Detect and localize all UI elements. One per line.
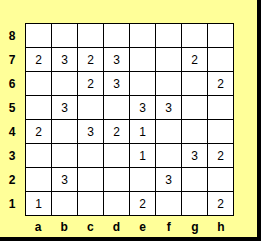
cell-b7: 3 [52, 48, 77, 71]
cell-e8 [130, 24, 155, 47]
cell-d6: 3 [104, 72, 129, 95]
col-label-d: d [103, 219, 129, 235]
cell-a4: 2 [26, 120, 51, 143]
cell-a5 [26, 96, 51, 119]
row-label-7: 7 [4, 48, 20, 71]
cell-d7: 3 [104, 48, 129, 71]
cell-b1 [52, 192, 77, 215]
cell-b6 [52, 72, 77, 95]
cell-b8 [52, 24, 77, 47]
col-label-a: a [25, 219, 51, 235]
cell-c4: 3 [78, 120, 103, 143]
cell-a3 [26, 144, 51, 167]
cell-c3 [78, 144, 103, 167]
col-label-g: g [182, 219, 208, 235]
cell-g5 [182, 96, 207, 119]
cell-g4 [182, 120, 207, 143]
cell-b5: 3 [52, 96, 77, 119]
col-label-c: c [77, 219, 103, 235]
cell-c1 [78, 192, 103, 215]
row-labels: 87654321 [4, 23, 20, 216]
cell-a2 [26, 168, 51, 191]
cell-d4: 2 [104, 120, 129, 143]
col-label-h: h [208, 219, 234, 235]
row-label-3: 3 [4, 144, 20, 167]
cell-a6 [26, 72, 51, 95]
cell-f1 [156, 192, 181, 215]
cell-a8 [26, 24, 51, 47]
cell-f8 [156, 24, 181, 47]
board-grid: 23232232333232113233122 [25, 23, 234, 216]
col-label-f: f [156, 219, 182, 235]
cell-f6 [156, 72, 181, 95]
cell-d1 [104, 192, 129, 215]
cell-f4 [156, 120, 181, 143]
cell-c5 [78, 96, 103, 119]
row-label-4: 4 [4, 120, 20, 143]
cell-h1: 2 [208, 192, 233, 215]
cell-f2: 3 [156, 168, 181, 191]
cell-g8 [182, 24, 207, 47]
col-labels: abcdefgh [25, 219, 234, 235]
cell-d8 [104, 24, 129, 47]
cell-h8 [208, 24, 233, 47]
cell-e3: 1 [130, 144, 155, 167]
cell-e4: 1 [130, 120, 155, 143]
row-label-6: 6 [4, 72, 20, 95]
row-label-1: 1 [4, 192, 20, 215]
cell-g6 [182, 72, 207, 95]
cell-h2 [208, 168, 233, 191]
cell-b3 [52, 144, 77, 167]
cell-c6: 2 [78, 72, 103, 95]
cell-h3: 2 [208, 144, 233, 167]
cell-e2 [130, 168, 155, 191]
row-label-2: 2 [4, 168, 20, 191]
cell-h5 [208, 96, 233, 119]
cell-e1: 2 [130, 192, 155, 215]
cell-h6: 2 [208, 72, 233, 95]
puzzle-board-image: 87654321 23232232333232113233122 abcdefg… [0, 0, 261, 241]
cell-f7 [156, 48, 181, 71]
cell-c2 [78, 168, 103, 191]
cell-h7 [208, 48, 233, 71]
cell-a7: 2 [26, 48, 51, 71]
row-label-5: 5 [4, 96, 20, 119]
cell-b2: 3 [52, 168, 77, 191]
cell-d5 [104, 96, 129, 119]
row-label-8: 8 [4, 24, 20, 47]
cell-d3 [104, 144, 129, 167]
cell-h4 [208, 120, 233, 143]
col-label-b: b [51, 219, 77, 235]
cell-e5: 3 [130, 96, 155, 119]
cell-b4 [52, 120, 77, 143]
col-label-e: e [130, 219, 156, 235]
cell-g3: 3 [182, 144, 207, 167]
cell-g2 [182, 168, 207, 191]
cell-e7 [130, 48, 155, 71]
cell-f5: 3 [156, 96, 181, 119]
cell-a1: 1 [26, 192, 51, 215]
cell-c8 [78, 24, 103, 47]
cell-e6 [130, 72, 155, 95]
cell-d2 [104, 168, 129, 191]
cell-f3 [156, 144, 181, 167]
cell-g1 [182, 192, 207, 215]
cell-g7: 2 [182, 48, 207, 71]
cell-c7: 2 [78, 48, 103, 71]
